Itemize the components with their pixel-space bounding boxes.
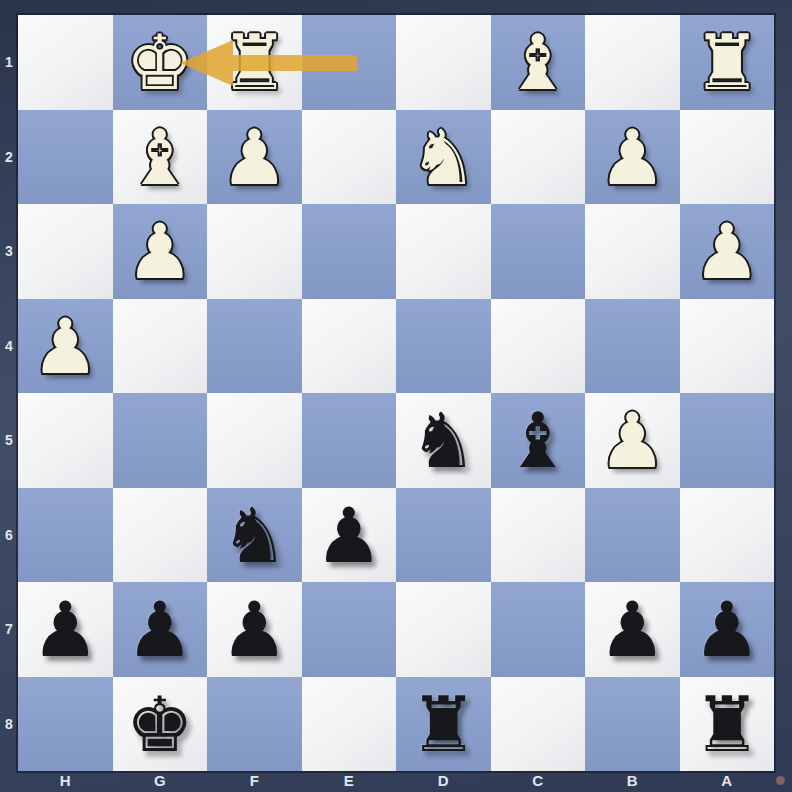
square-g4[interactable] xyxy=(113,299,208,394)
square-c3[interactable] xyxy=(491,204,586,299)
square-e4[interactable] xyxy=(302,299,397,394)
square-g2[interactable]: ♝ xyxy=(113,110,208,205)
file-label-f: F xyxy=(207,771,302,792)
square-g5[interactable] xyxy=(113,393,208,488)
white-rook-f1: ♜ xyxy=(207,15,302,110)
square-d7[interactable] xyxy=(396,582,491,677)
white-pawn-a3: ♟ xyxy=(680,204,775,299)
square-f6[interactable]: ♞ xyxy=(207,488,302,583)
black-rook-a8: ♜ xyxy=(680,677,775,772)
square-b7[interactable]: ♟ xyxy=(585,582,680,677)
square-d4[interactable] xyxy=(396,299,491,394)
white-pawn-b2: ♟ xyxy=(585,110,680,205)
square-d5[interactable]: ♞ xyxy=(396,393,491,488)
square-b4[interactable] xyxy=(585,299,680,394)
rank-label-6: 6 xyxy=(0,488,18,583)
square-f3[interactable] xyxy=(207,204,302,299)
corner-dot-artifact xyxy=(776,776,785,785)
rank-label-4: 4 xyxy=(0,299,18,394)
chess-board: ♚♜♝♜♝♟♞♟♟♟♟♞♝♟♞♟♟♟♟♟♟♚♜♜ xyxy=(18,15,774,771)
square-h7[interactable]: ♟ xyxy=(18,582,113,677)
square-h1[interactable] xyxy=(18,15,113,110)
white-rook-a1: ♜ xyxy=(680,15,775,110)
white-pawn-g3: ♟ xyxy=(113,204,208,299)
square-b2[interactable]: ♟ xyxy=(585,110,680,205)
square-d1[interactable] xyxy=(396,15,491,110)
file-label-g: G xyxy=(113,771,208,792)
square-c7[interactable] xyxy=(491,582,586,677)
square-b8[interactable] xyxy=(585,677,680,772)
white-bishop-g2: ♝ xyxy=(113,110,208,205)
square-g1[interactable]: ♚ xyxy=(113,15,208,110)
black-pawn-b7: ♟ xyxy=(585,582,680,677)
square-a6[interactable] xyxy=(680,488,775,583)
white-knight-d2: ♞ xyxy=(396,110,491,205)
square-c8[interactable] xyxy=(491,677,586,772)
square-g7[interactable]: ♟ xyxy=(113,582,208,677)
white-pawn-f2: ♟ xyxy=(207,110,302,205)
square-e7[interactable] xyxy=(302,582,397,677)
square-h5[interactable] xyxy=(18,393,113,488)
black-pawn-g7: ♟ xyxy=(113,582,208,677)
square-a3[interactable]: ♟ xyxy=(680,204,775,299)
black-pawn-f7: ♟ xyxy=(207,582,302,677)
square-c1[interactable]: ♝ xyxy=(491,15,586,110)
square-f4[interactable] xyxy=(207,299,302,394)
black-rook-d8: ♜ xyxy=(396,677,491,772)
square-g8[interactable]: ♚ xyxy=(113,677,208,772)
square-f7[interactable]: ♟ xyxy=(207,582,302,677)
black-knight-f6: ♞ xyxy=(207,488,302,583)
square-d6[interactable] xyxy=(396,488,491,583)
square-e3[interactable] xyxy=(302,204,397,299)
square-e2[interactable] xyxy=(302,110,397,205)
square-f5[interactable] xyxy=(207,393,302,488)
square-c4[interactable] xyxy=(491,299,586,394)
square-g6[interactable] xyxy=(113,488,208,583)
rank-label-5: 5 xyxy=(0,393,18,488)
square-f8[interactable] xyxy=(207,677,302,772)
square-g3[interactable]: ♟ xyxy=(113,204,208,299)
square-b3[interactable] xyxy=(585,204,680,299)
file-label-b: B xyxy=(585,771,680,792)
square-d2[interactable]: ♞ xyxy=(396,110,491,205)
square-h4[interactable]: ♟ xyxy=(18,299,113,394)
rank-label-1: 1 xyxy=(0,15,18,110)
rank-label-8: 8 xyxy=(0,677,18,772)
black-pawn-e6: ♟ xyxy=(302,488,397,583)
white-pawn-h4: ♟ xyxy=(18,299,113,394)
black-king-g8: ♚ xyxy=(113,677,208,772)
square-a5[interactable] xyxy=(680,393,775,488)
white-king-g1: ♚ xyxy=(113,15,208,110)
rank-label-7: 7 xyxy=(0,582,18,677)
black-pawn-a7: ♟ xyxy=(680,582,775,677)
file-label-e: E xyxy=(302,771,397,792)
black-pawn-h7: ♟ xyxy=(18,582,113,677)
square-a1[interactable]: ♜ xyxy=(680,15,775,110)
square-e5[interactable] xyxy=(302,393,397,488)
white-pawn-b5: ♟ xyxy=(585,393,680,488)
square-d8[interactable]: ♜ xyxy=(396,677,491,772)
square-d3[interactable] xyxy=(396,204,491,299)
square-f1[interactable]: ♜ xyxy=(207,15,302,110)
square-e8[interactable] xyxy=(302,677,397,772)
file-label-a: A xyxy=(680,771,775,792)
board-frame: ♚♜♝♜♝♟♞♟♟♟♟♞♝♟♞♟♟♟♟♟♟♚♜♜ 12345678HGFEDCB… xyxy=(0,0,792,792)
square-c2[interactable] xyxy=(491,110,586,205)
square-c5[interactable]: ♝ xyxy=(491,393,586,488)
square-a2[interactable] xyxy=(680,110,775,205)
file-label-h: H xyxy=(18,771,113,792)
black-bishop-c5: ♝ xyxy=(491,393,586,488)
square-e6[interactable]: ♟ xyxy=(302,488,397,583)
file-label-c: C xyxy=(491,771,586,792)
black-knight-d5: ♞ xyxy=(396,393,491,488)
square-h8[interactable] xyxy=(18,677,113,772)
square-e1[interactable] xyxy=(302,15,397,110)
file-label-d: D xyxy=(396,771,491,792)
square-h3[interactable] xyxy=(18,204,113,299)
square-f2[interactable]: ♟ xyxy=(207,110,302,205)
square-a4[interactable] xyxy=(680,299,775,394)
rank-label-2: 2 xyxy=(0,110,18,205)
square-b6[interactable] xyxy=(585,488,680,583)
rank-label-3: 3 xyxy=(0,204,18,299)
square-c6[interactable] xyxy=(491,488,586,583)
white-bishop-c1: ♝ xyxy=(491,15,586,110)
square-a8[interactable]: ♜ xyxy=(680,677,775,772)
square-b1[interactable] xyxy=(585,15,680,110)
square-h2[interactable] xyxy=(18,110,113,205)
square-a7[interactable]: ♟ xyxy=(680,582,775,677)
square-h6[interactable] xyxy=(18,488,113,583)
square-b5[interactable]: ♟ xyxy=(585,393,680,488)
